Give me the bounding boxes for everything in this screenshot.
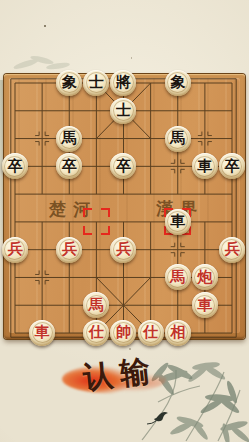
piece-black-soldier[interactable]: 卒 [56,153,82,179]
piece-character: 兵 [7,242,22,257]
piece-character: 卒 [62,159,77,174]
piece-red-chariot[interactable]: 車 [192,292,218,318]
piece-character: 車 [197,159,212,174]
piece-character: 馬 [62,131,77,146]
xiangqi-board[interactable]: 楚河 漢界 象士將象士馬馬卒卒卒車卒車兵兵兵兵馬炮馬車車仕帥仕相 [4,74,245,339]
piece-black-chariot[interactable]: 車 [192,153,218,179]
marker-corner [83,208,92,217]
game-screen: 楚河 漢界 象士將象士馬馬卒卒卒車卒車兵兵兵兵馬炮馬車車仕帥仕相 认输 [0,0,249,442]
marker-corner [101,208,110,217]
piece-black-advisor[interactable]: 士 [83,70,109,96]
marker-corner [101,226,110,235]
piece-black-elephant[interactable]: 象 [165,70,191,96]
piece-character: 馬 [170,131,185,146]
piece-character: 車 [197,298,212,313]
marker-corner [83,226,92,235]
piece-red-advisor[interactable]: 仕 [83,320,109,346]
piece-red-elephant[interactable]: 相 [165,320,191,346]
resign-label: 认输 [68,349,172,400]
piece-character: 相 [170,325,185,340]
piece-character: 馬 [89,298,104,313]
piece-black-soldier[interactable]: 卒 [219,153,245,179]
piece-character: 象 [62,75,77,90]
piece-character: 仕 [143,325,158,340]
piece-character: 卒 [116,159,131,174]
piece-black-advisor[interactable]: 士 [110,98,136,124]
piece-black-horse[interactable]: 馬 [56,126,82,152]
parchment-speck [44,25,46,27]
piece-black-soldier[interactable]: 卒 [2,153,28,179]
piece-character: 將 [116,75,131,90]
piece-character: 卒 [7,159,22,174]
piece-character: 車 [35,325,50,340]
piece-character: 車 [170,214,185,229]
piece-character: 兵 [224,242,239,257]
piece-character: 馬 [170,270,185,285]
piece-layer: 象士將象士馬馬卒卒卒車卒車兵兵兵兵馬炮馬車車仕帥仕相 [1,69,245,347]
piece-black-horse[interactable]: 馬 [165,126,191,152]
piece-red-horse[interactable]: 馬 [83,292,109,318]
piece-red-soldier[interactable]: 兵 [219,237,245,263]
bird-icon [147,412,168,424]
last-move-from-marker [83,208,110,235]
piece-character: 兵 [116,242,131,257]
piece-black-elephant[interactable]: 象 [56,70,82,96]
piece-red-advisor[interactable]: 仕 [138,320,164,346]
piece-character: 炮 [197,270,212,285]
piece-black-soldier[interactable]: 卒 [110,153,136,179]
piece-red-soldier[interactable]: 兵 [110,237,136,263]
piece-character: 象 [170,75,185,90]
parchment-speck [131,57,132,59]
resign-button[interactable]: 认输 [58,348,173,400]
piece-character: 兵 [62,242,77,257]
piece-red-cannon[interactable]: 炮 [192,264,218,290]
piece-black-chariot[interactable]: 車 [165,209,191,235]
piece-character: 士 [116,103,131,118]
piece-red-chariot[interactable]: 車 [29,320,55,346]
piece-character: 士 [89,75,104,90]
piece-red-soldier[interactable]: 兵 [2,237,28,263]
piece-red-horse[interactable]: 馬 [165,264,191,290]
piece-character: 仕 [89,325,104,340]
piece-black-general[interactable]: 將 [110,70,136,96]
piece-character: 帥 [116,325,131,340]
piece-red-general[interactable]: 帥 [110,320,136,346]
piece-red-soldier[interactable]: 兵 [56,237,82,263]
piece-character: 卒 [224,159,239,174]
